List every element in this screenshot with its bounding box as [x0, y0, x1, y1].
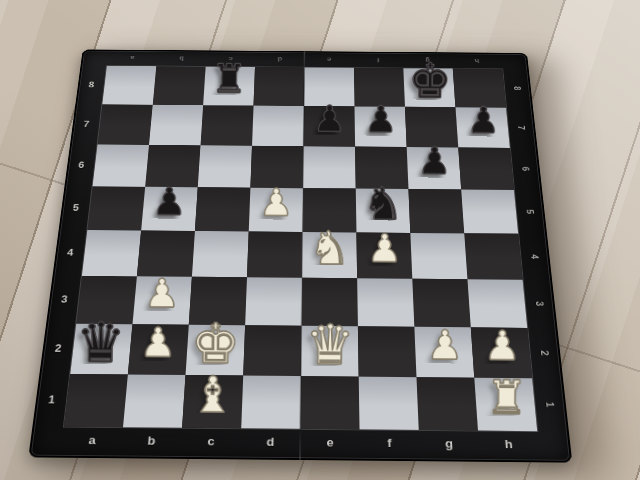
- square-d3[interactable]: [245, 277, 302, 325]
- square-g4[interactable]: [410, 233, 467, 279]
- coordinate-label-f: f: [360, 430, 420, 454]
- square-b5[interactable]: ♟: [141, 187, 198, 231]
- square-d2[interactable]: [243, 325, 301, 376]
- black-pawn-b5[interactable]: ♟: [142, 176, 196, 228]
- square-e1[interactable]: [300, 376, 359, 429]
- black-king-g8[interactable]: ♚: [404, 56, 455, 105]
- square-a7[interactable]: [98, 104, 153, 145]
- square-c4[interactable]: [192, 231, 249, 277]
- square-h7[interactable]: ♟: [455, 107, 509, 148]
- white-pawn-d5[interactable]: ♟: [249, 177, 303, 229]
- photo-scene: abcdefgh 87654321 87654321 abcdefgh ♜♚♟♟…: [0, 0, 640, 480]
- coordinate-label-5: 5: [60, 186, 90, 230]
- square-d1[interactable]: [241, 376, 301, 429]
- coordinate-label-d: d: [255, 53, 305, 66]
- white-queen-e2[interactable]: ♛: [301, 317, 359, 373]
- square-b2[interactable]: ♟: [128, 324, 189, 375]
- square-a5[interactable]: [87, 186, 145, 230]
- white-rook-h1[interactable]: ♜: [477, 369, 536, 426]
- square-c7[interactable]: [201, 105, 254, 146]
- black-pawn-g6[interactable]: ♟: [408, 136, 461, 187]
- square-g1[interactable]: [416, 377, 477, 430]
- square-a1[interactable]: [64, 374, 128, 427]
- square-a4[interactable]: [82, 230, 141, 276]
- coordinate-label-b: b: [156, 52, 206, 65]
- square-e4[interactable]: ♞: [302, 232, 357, 278]
- coordinate-label-g: g: [419, 431, 480, 455]
- square-h5[interactable]: [461, 189, 518, 233]
- square-h1[interactable]: ♜: [474, 378, 537, 431]
- square-g2[interactable]: ♟: [414, 327, 474, 378]
- board-perspective-wrapper: abcdefgh 87654321 87654321 abcdefgh ♜♚♟♟…: [28, 49, 572, 462]
- square-c5[interactable]: [195, 187, 250, 231]
- black-rook-c8[interactable]: ♜: [204, 55, 255, 104]
- square-f7[interactable]: ♟: [354, 106, 406, 147]
- coordinate-label-7: 7: [72, 104, 101, 144]
- square-d4[interactable]: [247, 232, 303, 278]
- square-g8[interactable]: ♚: [403, 68, 455, 107]
- square-a8[interactable]: [102, 66, 156, 105]
- white-pawn-b2[interactable]: ♟: [129, 315, 187, 371]
- square-c6[interactable]: [198, 145, 252, 187]
- square-a2[interactable]: ♛: [70, 324, 132, 375]
- square-c8[interactable]: ♜: [203, 67, 255, 106]
- black-pawn-h7[interactable]: ♟: [457, 96, 509, 146]
- coordinate-label-h: h: [478, 432, 540, 456]
- coordinate-label-1: 1: [34, 374, 68, 427]
- white-bishop-c1[interactable]: ♝: [183, 367, 242, 424]
- square-h4[interactable]: [464, 233, 522, 279]
- square-d7[interactable]: [252, 106, 304, 147]
- coordinate-label-a: a: [61, 428, 123, 452]
- white-pawn-f4[interactable]: ♟: [357, 222, 412, 275]
- square-f1[interactable]: [359, 377, 419, 430]
- coordinate-label-e: e: [304, 53, 353, 66]
- black-pawn-f7[interactable]: ♟: [355, 95, 407, 145]
- black-queen-a2[interactable]: ♛: [72, 315, 130, 371]
- square-c1[interactable]: ♝: [182, 375, 243, 428]
- square-a6[interactable]: [93, 144, 149, 186]
- black-pawn-e7[interactable]: ♟: [304, 94, 356, 144]
- coordinate-label-b: b: [121, 428, 182, 452]
- chess-board: abcdefgh 87654321 87654321 abcdefgh ♜♚♟♟…: [28, 49, 572, 462]
- white-pawn-h2[interactable]: ♟: [473, 318, 531, 374]
- coordinate-label-h: h: [452, 54, 502, 67]
- white-pawn-g2[interactable]: ♟: [416, 318, 474, 374]
- coordinate-label-6: 6: [66, 144, 96, 186]
- square-d8[interactable]: [254, 67, 305, 106]
- coordinate-label-4: 4: [54, 230, 85, 276]
- coordinate-label-f: f: [354, 53, 404, 66]
- square-e2[interactable]: ♛: [301, 326, 359, 377]
- square-g5[interactable]: [408, 189, 464, 233]
- square-f3[interactable]: [357, 278, 414, 327]
- square-f4[interactable]: ♟: [356, 232, 412, 278]
- coordinate-label-2: 2: [41, 324, 74, 374]
- coordinate-label-e: e: [300, 430, 360, 454]
- coordinate-label-d: d: [240, 429, 300, 453]
- coordinate-label-c: c: [180, 429, 241, 453]
- square-b1[interactable]: [123, 375, 186, 428]
- square-d5[interactable]: ♟: [249, 188, 303, 232]
- square-f2[interactable]: [358, 326, 417, 377]
- square-e6[interactable]: [303, 146, 356, 188]
- square-b7[interactable]: [149, 105, 203, 146]
- white-king-c2[interactable]: ♚: [186, 316, 244, 372]
- square-h6[interactable]: [458, 147, 514, 189]
- coordinate-label-8: 8: [77, 66, 105, 105]
- square-g6[interactable]: ♟: [407, 147, 462, 189]
- square-b8[interactable]: [153, 66, 206, 105]
- square-e7[interactable]: ♟: [304, 106, 356, 147]
- white-knight-e4[interactable]: ♞: [302, 222, 357, 275]
- white-pawn-b3[interactable]: ♟: [134, 267, 190, 322]
- coordinate-label-a: a: [107, 52, 157, 65]
